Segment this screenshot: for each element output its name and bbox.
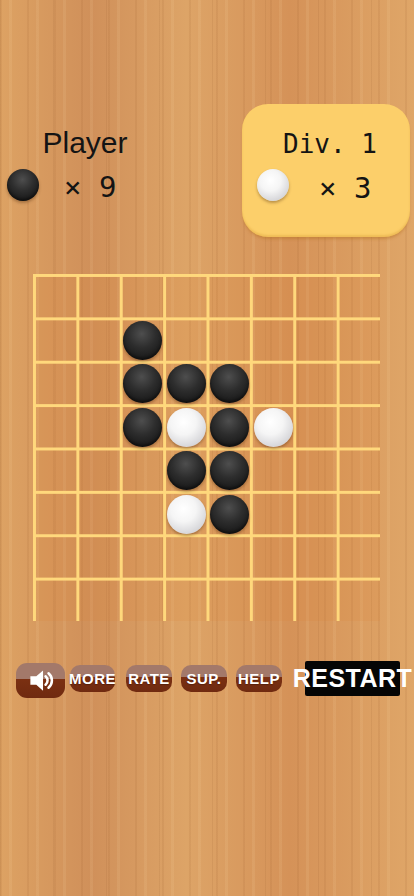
black-stone <box>210 495 249 534</box>
player-black-stone-icon <box>7 169 39 201</box>
game-board[interactable] <box>33 274 380 621</box>
black-stone <box>210 364 249 403</box>
player-stone-count: × 9 <box>64 170 116 204</box>
black-stone <box>123 364 162 403</box>
white-stone <box>167 495 206 534</box>
help-button[interactable]: HELP <box>236 665 282 692</box>
white-stone <box>254 408 293 447</box>
black-stone <box>167 451 206 490</box>
black-stone <box>210 451 249 490</box>
player-label: Player <box>20 126 150 160</box>
rate-button[interactable]: RATE <box>126 665 172 692</box>
speaker-icon <box>27 667 54 694</box>
restart-button[interactable]: RESTART <box>305 661 400 696</box>
black-stone <box>123 321 162 360</box>
opponent-label: Div. 1 <box>242 129 410 159</box>
support-button[interactable]: SUP. <box>181 665 227 692</box>
black-stone <box>210 408 249 447</box>
more-button[interactable]: MORE <box>70 665 115 692</box>
black-stone <box>167 364 206 403</box>
sound-button[interactable] <box>16 663 65 698</box>
opponent-turn-panel: Div. 1 × 3 <box>242 104 410 237</box>
opponent-stone-count: × 3 <box>319 171 371 205</box>
black-stone <box>123 408 162 447</box>
game-screen: Player × 9 Div. 1 × 3 MORE RATE SUP. HEL… <box>0 0 414 896</box>
white-stone <box>167 408 206 447</box>
opponent-white-stone-icon <box>257 169 289 201</box>
